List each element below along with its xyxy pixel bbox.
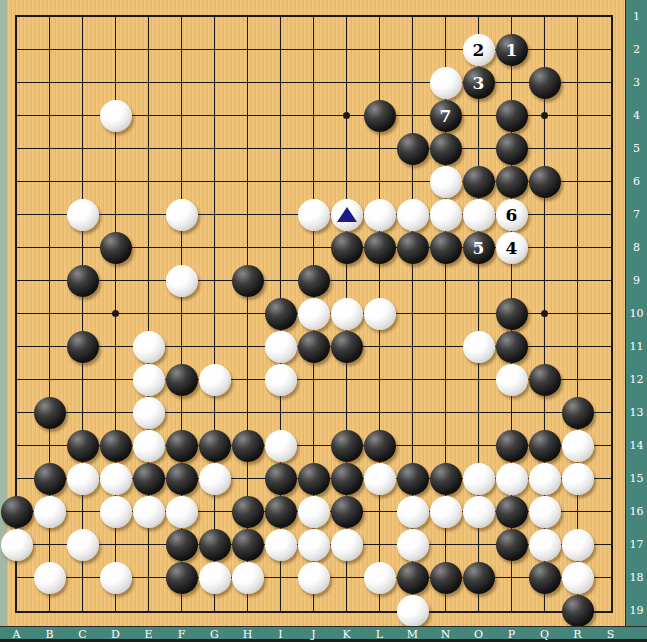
stone-white-M19 — [397, 595, 429, 627]
stone-white-N3 — [430, 67, 462, 99]
stone-white-L7 — [364, 199, 396, 231]
stone-white-F9 — [166, 265, 198, 297]
stone-black-D14 — [100, 430, 132, 462]
coord-label-col-L: L — [371, 628, 389, 641]
stone-white-C7 — [67, 199, 99, 231]
coord-label-row-9: 9 — [627, 274, 646, 287]
stone-black-M5 — [397, 133, 429, 165]
stone-white-N6 — [430, 166, 462, 198]
stone-white-D15 — [100, 463, 132, 495]
stone-black-O3: 3 — [463, 67, 495, 99]
stone-white-B16 — [34, 496, 66, 528]
stone-black-N4: 7 — [430, 100, 462, 132]
stone-black-M18 — [397, 562, 429, 594]
stone-white-Q16 — [529, 496, 561, 528]
stone-black-G14 — [199, 430, 231, 462]
stone-black-I15 — [265, 463, 297, 495]
stone-black-M8 — [397, 232, 429, 264]
stone-black-K16 — [331, 496, 363, 528]
stone-black-M15 — [397, 463, 429, 495]
stone-white-F16 — [166, 496, 198, 528]
stone-white-M7 — [397, 199, 429, 231]
stone-black-L4 — [364, 100, 396, 132]
stone-white-P7: 6 — [496, 199, 528, 231]
stone-black-L8 — [364, 232, 396, 264]
move-label-1: 1 — [496, 34, 528, 66]
coord-label-col-F: F — [173, 628, 191, 641]
coord-label-row-16: 16 — [627, 505, 646, 518]
coord-label-col-C: C — [74, 628, 92, 641]
stone-white-I12 — [265, 364, 297, 396]
stone-black-Q12 — [529, 364, 561, 396]
stone-white-G15 — [199, 463, 231, 495]
coord-label-row-2: 2 — [627, 43, 646, 56]
coord-label-col-D: D — [107, 628, 125, 641]
stone-white-Q15 — [529, 463, 561, 495]
triangle-marker — [337, 206, 357, 221]
stone-white-I11 — [265, 331, 297, 363]
stone-black-P17 — [496, 529, 528, 561]
stone-black-P10 — [496, 298, 528, 330]
coord-label-row-11: 11 — [627, 340, 646, 353]
move-label-2: 2 — [463, 34, 495, 66]
stone-white-N16 — [430, 496, 462, 528]
stone-black-K14 — [331, 430, 363, 462]
stone-black-P14 — [496, 430, 528, 462]
stone-white-D4 — [100, 100, 132, 132]
coord-label-row-10: 10 — [627, 307, 646, 320]
stone-white-P15 — [496, 463, 528, 495]
stone-white-E12 — [133, 364, 165, 396]
move-label-5: 5 — [463, 232, 495, 264]
stone-black-N8 — [430, 232, 462, 264]
coord-label-row-14: 14 — [627, 439, 646, 452]
stone-white-G18 — [199, 562, 231, 594]
stone-white-H18 — [232, 562, 264, 594]
coord-label-row-13: 13 — [627, 406, 646, 419]
coord-label-row-3: 3 — [627, 76, 646, 89]
coord-label-row-1: 1 — [627, 10, 646, 23]
stone-white-O2: 2 — [463, 34, 495, 66]
coord-label-col-A: A — [8, 628, 26, 641]
move-label-6: 6 — [496, 199, 528, 231]
stone-white-I17 — [265, 529, 297, 561]
stone-white-J10 — [298, 298, 330, 330]
stone-white-G12 — [199, 364, 231, 396]
stone-white-K7 — [331, 199, 363, 231]
stone-white-B18 — [34, 562, 66, 594]
grid-line-horizontal — [17, 412, 611, 413]
stone-black-J15 — [298, 463, 330, 495]
stone-black-O6 — [463, 166, 495, 198]
stone-black-C9 — [67, 265, 99, 297]
coord-label-col-S: S — [602, 628, 620, 641]
stone-black-F18 — [166, 562, 198, 594]
stone-white-E14 — [133, 430, 165, 462]
stone-black-D8 — [100, 232, 132, 264]
coord-label-row-18: 18 — [627, 571, 646, 584]
coord-label-col-E: E — [140, 628, 158, 641]
coord-label-col-H: H — [239, 628, 257, 641]
stone-black-P11 — [496, 331, 528, 363]
stone-black-I10 — [265, 298, 297, 330]
go-game-window: 2137654 ABCDEFGHIJKLMNOPQRS1234567891011… — [0, 0, 647, 642]
stone-white-P12 — [496, 364, 528, 396]
star-point-K4 — [343, 112, 350, 119]
coord-label-row-17: 17 — [627, 538, 646, 551]
move-label-7: 7 — [430, 100, 462, 132]
stone-black-K8 — [331, 232, 363, 264]
stone-white-O16 — [463, 496, 495, 528]
stone-black-R19 — [562, 595, 594, 627]
stone-black-E15 — [133, 463, 165, 495]
coord-label-col-J: J — [305, 628, 323, 641]
stone-black-F14 — [166, 430, 198, 462]
stone-black-J9 — [298, 265, 330, 297]
stone-white-P8: 4 — [496, 232, 528, 264]
stone-white-J17 — [298, 529, 330, 561]
coord-label-row-15: 15 — [627, 472, 646, 485]
coord-label-row-6: 6 — [627, 175, 646, 188]
coord-label-row-5: 5 — [627, 142, 646, 155]
stone-black-H16 — [232, 496, 264, 528]
stone-white-L15 — [364, 463, 396, 495]
stone-white-F7 — [166, 199, 198, 231]
stone-black-Q18 — [529, 562, 561, 594]
stone-white-L10 — [364, 298, 396, 330]
stone-white-N7 — [430, 199, 462, 231]
stone-black-A16 — [1, 496, 33, 528]
stone-black-Q6 — [529, 166, 561, 198]
stone-white-O11 — [463, 331, 495, 363]
stone-white-M16 — [397, 496, 429, 528]
stone-black-F17 — [166, 529, 198, 561]
stone-white-M17 — [397, 529, 429, 561]
stone-black-J11 — [298, 331, 330, 363]
stone-black-R13 — [562, 397, 594, 429]
stone-white-R14 — [562, 430, 594, 462]
coord-label-row-12: 12 — [627, 373, 646, 386]
stone-black-Q3 — [529, 67, 561, 99]
stone-white-D16 — [100, 496, 132, 528]
stone-white-R17 — [562, 529, 594, 561]
stone-black-B13 — [34, 397, 66, 429]
stone-black-H9 — [232, 265, 264, 297]
stone-white-Q17 — [529, 529, 561, 561]
stone-white-J16 — [298, 496, 330, 528]
stone-white-R18 — [562, 562, 594, 594]
stone-white-A17 — [1, 529, 33, 561]
stone-white-I14 — [265, 430, 297, 462]
coord-label-col-P: P — [503, 628, 521, 641]
stone-black-N15 — [430, 463, 462, 495]
stone-black-C11 — [67, 331, 99, 363]
stone-white-J18 — [298, 562, 330, 594]
stone-black-B15 — [34, 463, 66, 495]
stone-black-P5 — [496, 133, 528, 165]
stone-black-K11 — [331, 331, 363, 363]
stone-black-P2: 1 — [496, 34, 528, 66]
stone-white-E16 — [133, 496, 165, 528]
move-label-3: 3 — [463, 67, 495, 99]
stone-black-L14 — [364, 430, 396, 462]
star-point-D10 — [112, 310, 119, 317]
coord-label-col-O: O — [470, 628, 488, 641]
stone-white-D18 — [100, 562, 132, 594]
stone-white-K10 — [331, 298, 363, 330]
coord-label-row-8: 8 — [627, 241, 646, 254]
stone-white-C15 — [67, 463, 99, 495]
stone-black-N18 — [430, 562, 462, 594]
stone-black-N5 — [430, 133, 462, 165]
coord-label-col-G: G — [206, 628, 224, 641]
stone-black-O8: 5 — [463, 232, 495, 264]
stone-black-G17 — [199, 529, 231, 561]
star-point-Q4 — [541, 112, 548, 119]
star-point-Q10 — [541, 310, 548, 317]
stone-black-H17 — [232, 529, 264, 561]
coord-label-col-N: N — [437, 628, 455, 641]
stone-black-F15 — [166, 463, 198, 495]
stone-white-R15 — [562, 463, 594, 495]
stone-black-C14 — [67, 430, 99, 462]
stone-black-F12 — [166, 364, 198, 396]
coord-label-col-B: B — [41, 628, 59, 641]
coord-label-col-I: I — [272, 628, 290, 641]
coord-label-col-Q: Q — [536, 628, 554, 641]
stone-black-P6 — [496, 166, 528, 198]
stone-white-J7 — [298, 199, 330, 231]
stone-white-C17 — [67, 529, 99, 561]
stone-white-K17 — [331, 529, 363, 561]
stone-black-K15 — [331, 463, 363, 495]
stone-white-O15 — [463, 463, 495, 495]
stone-black-O18 — [463, 562, 495, 594]
stone-black-H14 — [232, 430, 264, 462]
stone-black-P16 — [496, 496, 528, 528]
coord-label-col-R: R — [569, 628, 587, 641]
stone-white-L18 — [364, 562, 396, 594]
move-label-4: 4 — [496, 232, 528, 264]
coord-label-row-19: 19 — [627, 604, 646, 617]
stone-black-P4 — [496, 100, 528, 132]
grid-line-vertical — [577, 17, 578, 611]
coord-label-row-4: 4 — [627, 109, 646, 122]
stone-black-I16 — [265, 496, 297, 528]
stone-white-E13 — [133, 397, 165, 429]
stone-white-O7 — [463, 199, 495, 231]
coord-label-row-7: 7 — [627, 208, 646, 221]
coord-label-col-K: K — [338, 628, 356, 641]
stone-black-Q14 — [529, 430, 561, 462]
stone-white-E11 — [133, 331, 165, 363]
coord-label-col-M: M — [404, 628, 422, 641]
